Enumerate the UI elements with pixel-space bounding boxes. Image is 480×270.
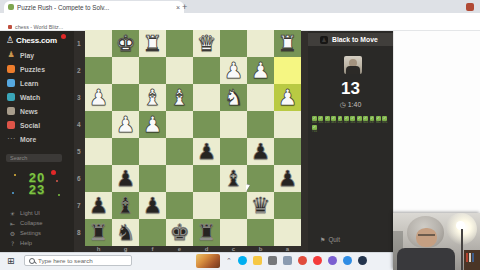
square-g4[interactable]: ♟	[112, 111, 139, 138]
quit-label: Quit	[328, 236, 340, 243]
white-rook[interactable]: ♜	[143, 30, 163, 57]
footer-item-light-ui[interactable]: ☀Light UI	[0, 208, 74, 218]
footer-item-collapse[interactable]: ⇤Collapse	[0, 218, 74, 228]
avatar[interactable]	[344, 56, 362, 74]
white-king[interactable]: ♚	[116, 30, 136, 57]
square-c3[interactable]: ♞	[220, 84, 247, 111]
black-knight[interactable]: ♞	[116, 219, 136, 246]
square-f1[interactable]: ♜	[139, 30, 166, 57]
news-icon	[7, 107, 15, 115]
square-e6[interactable]	[166, 165, 193, 192]
pawn-icon: ♟	[7, 51, 15, 59]
clock-icon: ◷	[340, 101, 346, 109]
sidebar-item-label: Learn	[20, 80, 39, 87]
square-d3[interactable]	[193, 84, 220, 111]
square-b7[interactable]: ♛	[247, 192, 274, 219]
square-d8[interactable]: ♜	[193, 219, 220, 246]
square-f6[interactable]	[139, 165, 166, 192]
social-icon	[7, 121, 15, 129]
square-d7[interactable]	[193, 192, 220, 219]
chesscom-logo[interactable]: ♙ Chess.com	[0, 31, 74, 48]
square-h4[interactable]	[85, 111, 112, 138]
opera-icon[interactable]	[313, 256, 322, 265]
rank-label: 5	[75, 138, 85, 165]
more-icon: ⋯	[7, 135, 15, 143]
white-pawn[interactable]: ♟	[278, 84, 298, 111]
footer-item-label: Collapse	[20, 220, 43, 226]
confetti-dot	[58, 194, 60, 196]
square-a2[interactable]	[274, 57, 301, 84]
browser-profile-avatar[interactable]	[466, 3, 474, 11]
taskbar-search[interactable]: Type here to search	[24, 255, 132, 266]
bookmark-favicon-icon	[8, 25, 12, 29]
square-c8[interactable]	[220, 219, 247, 246]
square-b5[interactable]: ♟	[247, 138, 274, 165]
browser-tab-bar: Puzzle Rush - Compete to Solv... × +	[0, 0, 480, 13]
promo-2023-graphic[interactable]: 20 23	[0, 172, 74, 196]
to-move-label: Black to Move	[332, 36, 378, 43]
folder-icon[interactable]	[253, 256, 262, 265]
logo-pawn-icon: ♙	[6, 35, 14, 45]
solved-puzzle: ✓691	[382, 116, 388, 124]
bookmark-item[interactable]: chess - World Blitz...	[15, 24, 63, 30]
flag-icon: ⚑	[320, 236, 325, 243]
sidebar-item-label: Watch	[20, 94, 40, 101]
rank-label: 3	[75, 84, 85, 111]
square-b1[interactable]	[247, 30, 274, 57]
rank-label: 7	[75, 192, 85, 219]
black-pawn-icon: ♟	[320, 36, 328, 44]
square-b8[interactable]	[247, 219, 274, 246]
logo-text: Chess.com	[16, 36, 57, 45]
black-pawn[interactable]: ♟	[197, 138, 217, 165]
confetti-dot	[12, 192, 14, 194]
black-pawn[interactable]: ♟	[278, 165, 298, 192]
black-pawn[interactable]: ♟	[89, 192, 109, 219]
square-f8[interactable]	[139, 219, 166, 246]
to-move-banner: ♟ Black to Move	[308, 33, 393, 46]
square-a8[interactable]	[274, 219, 301, 246]
rank-label: 1	[75, 30, 85, 57]
white-queen[interactable]: ♛	[197, 30, 217, 57]
help-icon: ?	[9, 240, 16, 247]
square-b4[interactable]	[247, 111, 274, 138]
square-h2[interactable]	[85, 57, 112, 84]
maps-icon[interactable]	[298, 256, 307, 265]
puzzle-icon	[7, 65, 15, 73]
notification-badge	[61, 34, 66, 39]
watch-icon	[7, 93, 15, 101]
puzzle-rating: 715	[312, 130, 318, 134]
sidebar-item-more[interactable]: ⋯More	[0, 132, 74, 146]
sidebar-item-label: Social	[20, 122, 40, 129]
close-tab-icon[interactable]: ×	[176, 4, 180, 11]
person-glasses	[418, 234, 435, 236]
sidebar-item-puzzles[interactable]: Puzzles	[0, 62, 74, 76]
square-a7[interactable]	[274, 192, 301, 219]
sidebar-item-learn[interactable]: Learn	[0, 76, 74, 90]
square-h5[interactable]	[85, 138, 112, 165]
puzzle-rating: 691	[382, 121, 388, 125]
black-queen[interactable]: ♛	[251, 192, 271, 219]
rank-label: 8	[75, 219, 85, 246]
black-pawn[interactable]: ♟	[116, 165, 136, 192]
person-face	[416, 228, 437, 247]
browser-tab[interactable]: Puzzle Rush - Compete to Solv... ×	[4, 1, 184, 13]
person-body	[397, 248, 455, 270]
square-e1[interactable]	[166, 30, 193, 57]
square-c5[interactable]	[220, 138, 247, 165]
camera-icon[interactable]	[268, 256, 277, 265]
start-button[interactable]: ⊞	[7, 256, 15, 266]
square-g6[interactable]: ♟	[112, 165, 139, 192]
footer-item-label: Help	[20, 240, 32, 246]
square-f5[interactable]	[139, 138, 166, 165]
square-g1[interactable]: ♚	[112, 30, 139, 57]
book-spine	[466, 253, 468, 262]
square-g2[interactable]	[112, 57, 139, 84]
square-a6[interactable]: ♟	[274, 165, 301, 192]
black-bishop[interactable]: ♝	[116, 192, 136, 219]
new-tab-button[interactable]: +	[182, 2, 187, 12]
sidebar-item-label: News	[20, 108, 38, 115]
square-h3[interactable]: ♟	[85, 84, 112, 111]
sidebar: ♙ Chess.com ♟PlayPuzzlesLearnWatchNewsSo…	[0, 31, 74, 252]
square-f7[interactable]: ♟	[139, 192, 166, 219]
square-d5[interactable]: ♟	[193, 138, 220, 165]
square-c6[interactable]: ♝	[220, 165, 247, 192]
white-pawn[interactable]: ♟	[224, 57, 244, 84]
skype-icon[interactable]	[238, 256, 247, 265]
black-bishop[interactable]: ♝	[224, 165, 244, 192]
sidebar-item-social[interactable]: Social	[0, 118, 74, 132]
mail-icon[interactable]	[283, 256, 292, 265]
square-g8[interactable]: ♞	[112, 219, 139, 246]
square-c1[interactable]	[220, 30, 247, 57]
book-spine	[469, 253, 471, 262]
sidebar-search-input[interactable]	[6, 154, 62, 162]
score-value: 13	[308, 79, 393, 99]
sidebar-footer: ☀Light UI⇤Collapse⚙Settings?Help	[0, 208, 74, 248]
square-d6[interactable]	[193, 165, 220, 192]
taskbar-icons: ⌃	[226, 256, 367, 265]
square-f4[interactable]: ♟	[139, 111, 166, 138]
chevron-up-icon[interactable]: ⌃	[226, 256, 232, 265]
timer: ◷ 1:40	[308, 101, 393, 109]
promo-line2: 23	[0, 184, 74, 196]
white-knight[interactable]: ♞	[224, 84, 244, 111]
rank-label: 4	[75, 111, 85, 138]
confetti-dot	[56, 180, 58, 182]
white-pawn[interactable]: ♟	[251, 57, 271, 84]
square-g7[interactable]: ♝	[112, 192, 139, 219]
sidebar-item-label: Play	[20, 52, 34, 59]
square-h8[interactable]: ♜	[85, 219, 112, 246]
white-rook[interactable]: ♜	[278, 30, 298, 57]
square-h6[interactable]	[85, 165, 112, 192]
black-rook[interactable]: ♜	[197, 219, 217, 246]
edge-icon[interactable]	[343, 256, 352, 265]
square-h7[interactable]: ♟	[85, 192, 112, 219]
square-h1[interactable]	[85, 30, 112, 57]
square-g3[interactable]	[112, 84, 139, 111]
square-d4[interactable]	[193, 111, 220, 138]
black-pawn[interactable]: ♟	[143, 192, 163, 219]
rank-labels: 12345678	[75, 30, 85, 246]
square-e4[interactable]	[166, 111, 193, 138]
square-b6[interactable]	[247, 165, 274, 192]
square-f2[interactable]	[139, 57, 166, 84]
sidebar-item-news[interactable]: News	[0, 104, 74, 118]
collapse-icon: ⇤	[9, 220, 16, 227]
learn-icon	[7, 79, 15, 87]
square-c2[interactable]: ♟	[220, 57, 247, 84]
avatar-suit	[346, 66, 360, 74]
black-rook[interactable]: ♜	[89, 219, 109, 246]
square-a5[interactable]	[274, 138, 301, 165]
chess-board[interactable]: ♚♜♛♜♟♟♟♝♝♞♟♟♟♟♟♟♝♟♟♝♟♛♜♞♚♜	[85, 30, 301, 246]
square-c4[interactable]	[220, 111, 247, 138]
app-dark-icon[interactable]	[358, 256, 367, 265]
square-e7[interactable]	[166, 192, 193, 219]
white-bishop[interactable]: ♝	[143, 84, 163, 111]
quit-button[interactable]: ⚑ Quit	[320, 236, 340, 243]
confetti-dot	[14, 174, 16, 176]
footer-item-label: Light UI	[20, 210, 40, 216]
square-a3[interactable]: ♟	[274, 84, 301, 111]
square-a1[interactable]: ♜	[274, 30, 301, 57]
rank-label: 2	[75, 57, 85, 84]
solved-puzzle: ✓715	[312, 125, 318, 133]
square-d2[interactable]	[193, 57, 220, 84]
white-pawn[interactable]: ♟	[143, 111, 163, 138]
square-e3[interactable]: ♝	[166, 84, 193, 111]
footer-item-settings[interactable]: ⚙Settings	[0, 228, 74, 238]
footer-item-help[interactable]: ?Help	[0, 238, 74, 248]
news-widget-thumbnail[interactable]	[196, 254, 220, 268]
mouse-cursor	[246, 184, 250, 192]
puzzle-rush-panel: ♟ Black to Move 13 ◷ 1:40 ✓400✓431✓458✓4…	[308, 31, 393, 252]
footer-item-label: Settings	[20, 230, 41, 236]
square-g5[interactable]	[112, 138, 139, 165]
square-b2[interactable]: ♟	[247, 57, 274, 84]
browser-toolbar: ← → ↻ chess.com/puzzles/rush ☆	[0, 13, 480, 24]
taskbar-search-placeholder: Type here to search	[38, 257, 93, 264]
tab-favicon-icon	[8, 4, 14, 10]
black-king[interactable]: ♚	[170, 219, 190, 246]
timer-value: 1:40	[348, 101, 362, 108]
black-pawn[interactable]: ♟	[251, 138, 271, 165]
square-e5[interactable]	[166, 138, 193, 165]
sidebar-item-watch[interactable]: Watch	[0, 90, 74, 104]
white-pawn[interactable]: ♟	[116, 111, 136, 138]
tab-title: Puzzle Rush - Compete to Solv...	[17, 4, 173, 11]
sidebar-menu: ♟PlayPuzzlesLearnWatchNewsSocial⋯More	[0, 48, 74, 146]
sun-icon: ☀	[9, 210, 16, 217]
webcam-overlay	[393, 213, 480, 270]
lamp-pole	[461, 229, 463, 270]
white-pawn[interactable]: ♟	[89, 84, 109, 111]
sidebar-item-play[interactable]: ♟Play	[0, 48, 74, 62]
store-icon[interactable]	[328, 256, 337, 265]
gear-icon: ⚙	[9, 230, 16, 237]
square-e8[interactable]: ♚	[166, 219, 193, 246]
square-c7[interactable]	[220, 192, 247, 219]
square-e2[interactable]	[166, 57, 193, 84]
solved-puzzles-grid: ✓400✓431✓458✓483✓512✓537✓561✓588✓604✓637…	[312, 116, 390, 135]
sidebar-item-label: Puzzles	[20, 66, 45, 73]
square-a4[interactable]	[274, 111, 301, 138]
search-icon	[29, 258, 35, 264]
book-spine	[472, 253, 474, 262]
square-d1[interactable]: ♛	[193, 30, 220, 57]
white-bishop[interactable]: ♝	[170, 84, 190, 111]
rank-label: 6	[75, 165, 85, 192]
sidebar-item-label: More	[20, 136, 36, 143]
promo-badge	[51, 170, 56, 175]
square-f3[interactable]: ♝	[139, 84, 166, 111]
square-b3[interactable]	[247, 84, 274, 111]
